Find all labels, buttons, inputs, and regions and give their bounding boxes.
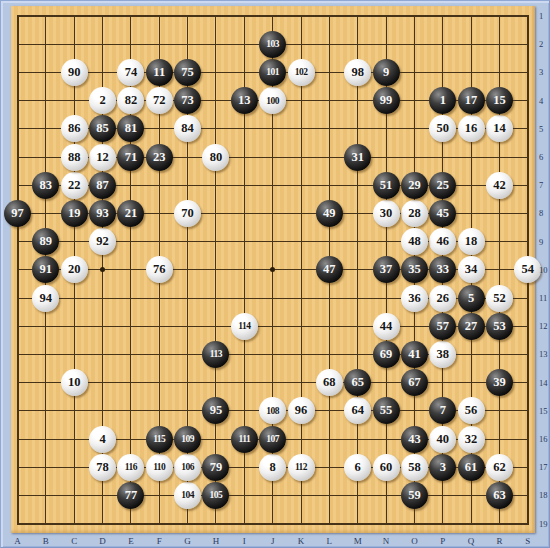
move-number: 23 xyxy=(153,150,166,165)
stone-j16: 107 xyxy=(259,426,286,453)
stone-m14: 65 xyxy=(344,369,371,396)
move-number: 19 xyxy=(68,206,81,221)
move-number: 36 xyxy=(408,291,421,306)
stone-d17: 78 xyxy=(89,454,116,481)
move-number: 59 xyxy=(408,488,421,503)
move-number: 90 xyxy=(68,65,81,80)
move-number: 50 xyxy=(437,121,450,136)
stone-e8: 21 xyxy=(117,200,144,227)
move-number: 84 xyxy=(181,121,194,136)
column-label-q: Q xyxy=(464,536,478,546)
move-number: 30 xyxy=(380,206,393,221)
move-number: 98 xyxy=(351,65,364,80)
move-number: 55 xyxy=(380,403,393,418)
stone-d5: 85 xyxy=(89,115,116,142)
move-number: 26 xyxy=(437,291,450,306)
stone-p17: 3 xyxy=(429,454,456,481)
move-number: 69 xyxy=(380,347,393,362)
move-number: 51 xyxy=(380,178,393,193)
stone-k3: 102 xyxy=(288,59,315,86)
move-number: 75 xyxy=(181,65,194,80)
row-label-5: 5 xyxy=(539,124,550,134)
move-number: 99 xyxy=(380,93,393,108)
stone-h17: 79 xyxy=(202,454,229,481)
stone-n17: 60 xyxy=(373,454,400,481)
column-label-r: R xyxy=(492,536,506,546)
stone-g3: 75 xyxy=(174,59,201,86)
column-label-m: M xyxy=(351,536,365,546)
row-label-19: 19 xyxy=(539,519,550,529)
stone-g4: 73 xyxy=(174,87,201,114)
move-number: 45 xyxy=(437,206,450,221)
stone-q17: 61 xyxy=(458,454,485,481)
stone-a8: 97 xyxy=(4,200,31,227)
move-number: 113 xyxy=(210,349,222,359)
stone-d7: 87 xyxy=(89,172,116,199)
move-number: 79 xyxy=(210,460,223,475)
move-number: 17 xyxy=(465,93,478,108)
move-number: 74 xyxy=(125,65,138,80)
move-number: 13 xyxy=(238,93,251,108)
stone-m17: 6 xyxy=(344,454,371,481)
stone-c3: 90 xyxy=(61,59,88,86)
move-number: 34 xyxy=(465,262,478,277)
move-number: 29 xyxy=(408,178,421,193)
stone-p13: 38 xyxy=(429,341,456,368)
move-number: 86 xyxy=(68,121,81,136)
move-number: 32 xyxy=(465,432,478,447)
stone-p8: 45 xyxy=(429,200,456,227)
stone-r17: 62 xyxy=(486,454,513,481)
move-number: 60 xyxy=(380,460,393,475)
move-number: 58 xyxy=(408,460,421,475)
stone-i4: 13 xyxy=(231,87,258,114)
move-number: 33 xyxy=(437,262,450,277)
move-number: 110 xyxy=(153,462,165,472)
move-number: 8 xyxy=(270,460,276,475)
stone-h15: 95 xyxy=(202,397,229,424)
row-label-14: 14 xyxy=(539,378,550,388)
stone-l8: 49 xyxy=(316,200,343,227)
row-label-13: 13 xyxy=(539,349,550,359)
stone-n10: 37 xyxy=(373,256,400,283)
row-label-10: 10 xyxy=(539,265,550,275)
move-number: 106 xyxy=(181,462,194,472)
column-label-d: D xyxy=(96,536,110,546)
move-number: 89 xyxy=(40,234,53,249)
stone-f10: 76 xyxy=(146,256,173,283)
stone-h13: 113 xyxy=(202,341,229,368)
stone-e17: 116 xyxy=(117,454,144,481)
move-number: 114 xyxy=(238,321,250,331)
move-number: 93 xyxy=(96,206,109,221)
move-number: 101 xyxy=(266,67,279,77)
column-label-h: H xyxy=(209,536,223,546)
row-label-3: 3 xyxy=(539,67,550,77)
stone-o16: 43 xyxy=(401,426,428,453)
stone-r14: 39 xyxy=(486,369,513,396)
move-number: 85 xyxy=(96,121,109,136)
move-number: 21 xyxy=(125,206,138,221)
stone-o14: 67 xyxy=(401,369,428,396)
stone-n7: 51 xyxy=(373,172,400,199)
move-number: 82 xyxy=(125,93,138,108)
stone-d8: 93 xyxy=(89,200,116,227)
move-number: 62 xyxy=(493,460,506,475)
stone-h6: 80 xyxy=(202,144,229,171)
move-number: 65 xyxy=(351,375,364,390)
move-number: 42 xyxy=(493,178,506,193)
stone-g8: 70 xyxy=(174,200,201,227)
move-number: 70 xyxy=(181,206,194,221)
move-number: 15 xyxy=(493,93,506,108)
row-label-8: 8 xyxy=(539,208,550,218)
move-number: 96 xyxy=(295,403,308,418)
grid-line-horizontal xyxy=(17,495,529,496)
move-number: 25 xyxy=(437,178,450,193)
move-number: 41 xyxy=(408,347,421,362)
column-label-s: S xyxy=(521,536,535,546)
stone-r7: 42 xyxy=(486,172,513,199)
star-point xyxy=(100,267,105,272)
stone-g5: 84 xyxy=(174,115,201,142)
move-number: 112 xyxy=(295,462,307,472)
grid-line-vertical xyxy=(357,15,358,525)
stone-d16: 4 xyxy=(89,426,116,453)
stone-f3: 11 xyxy=(146,59,173,86)
stone-e4: 82 xyxy=(117,87,144,114)
move-number: 104 xyxy=(181,490,194,500)
stone-r12: 53 xyxy=(486,313,513,340)
stone-m15: 64 xyxy=(344,397,371,424)
move-number: 80 xyxy=(210,150,223,165)
move-number: 27 xyxy=(465,319,478,334)
row-label-1: 1 xyxy=(539,11,550,21)
move-number: 95 xyxy=(210,403,223,418)
move-number: 20 xyxy=(68,262,81,277)
stone-r4: 15 xyxy=(486,87,513,114)
move-number: 22 xyxy=(68,178,81,193)
stone-n15: 55 xyxy=(373,397,400,424)
move-number: 81 xyxy=(125,121,138,136)
move-number: 111 xyxy=(238,434,250,444)
stone-q16: 32 xyxy=(458,426,485,453)
move-number: 46 xyxy=(437,234,450,249)
stone-p15: 7 xyxy=(429,397,456,424)
move-number: 38 xyxy=(437,347,450,362)
stone-e3: 74 xyxy=(117,59,144,86)
move-number: 76 xyxy=(153,262,166,277)
move-number: 28 xyxy=(408,206,421,221)
stone-q9: 18 xyxy=(458,228,485,255)
grid-line-horizontal xyxy=(17,382,529,383)
move-number: 54 xyxy=(522,262,535,277)
move-number: 3 xyxy=(440,460,446,475)
row-label-16: 16 xyxy=(539,434,550,444)
stone-j2: 103 xyxy=(259,31,286,58)
row-label-6: 6 xyxy=(539,152,550,162)
stone-i12: 114 xyxy=(231,313,258,340)
stone-c10: 20 xyxy=(61,256,88,283)
move-number: 77 xyxy=(125,488,138,503)
stone-m6: 31 xyxy=(344,144,371,171)
column-label-j: J xyxy=(266,536,280,546)
stone-n3: 9 xyxy=(373,59,400,86)
move-number: 14 xyxy=(493,121,506,136)
move-number: 102 xyxy=(295,67,308,77)
move-number: 4 xyxy=(99,432,105,447)
row-label-9: 9 xyxy=(539,237,550,247)
stone-q11: 5 xyxy=(458,285,485,312)
stone-l10: 47 xyxy=(316,256,343,283)
stone-c6: 88 xyxy=(61,144,88,171)
row-label-12: 12 xyxy=(539,321,550,331)
stone-r5: 14 xyxy=(486,115,513,142)
stone-o8: 28 xyxy=(401,200,428,227)
stone-o7: 29 xyxy=(401,172,428,199)
move-number: 18 xyxy=(465,234,478,249)
stone-c8: 19 xyxy=(61,200,88,227)
move-number: 116 xyxy=(125,462,137,472)
column-label-e: E xyxy=(124,536,138,546)
move-number: 61 xyxy=(465,460,478,475)
move-number: 91 xyxy=(40,262,53,277)
move-number: 44 xyxy=(380,319,393,334)
row-label-11: 11 xyxy=(539,293,550,303)
stone-r11: 52 xyxy=(486,285,513,312)
stone-p16: 40 xyxy=(429,426,456,453)
go-board[interactable]: 1234567891011121314151617181920212223252… xyxy=(11,6,535,533)
column-label-b: B xyxy=(39,536,53,546)
stone-j3: 101 xyxy=(259,59,286,86)
stone-p5: 50 xyxy=(429,115,456,142)
column-label-n: N xyxy=(379,536,393,546)
stone-j17: 8 xyxy=(259,454,286,481)
move-number: 109 xyxy=(181,434,194,444)
stone-d9: 92 xyxy=(89,228,116,255)
row-label-18: 18 xyxy=(539,490,550,500)
stone-j4: 100 xyxy=(259,87,286,114)
stone-h18: 105 xyxy=(202,482,229,509)
row-label-7: 7 xyxy=(539,180,550,190)
move-number: 94 xyxy=(40,291,53,306)
stone-m3: 98 xyxy=(344,59,371,86)
stone-e6: 71 xyxy=(117,144,144,171)
move-number: 43 xyxy=(408,432,421,447)
stone-q10: 34 xyxy=(458,256,485,283)
stone-n8: 30 xyxy=(373,200,400,227)
stone-p11: 26 xyxy=(429,285,456,312)
stone-b9: 89 xyxy=(32,228,59,255)
stone-e18: 77 xyxy=(117,482,144,509)
stone-q15: 56 xyxy=(458,397,485,424)
stone-p9: 46 xyxy=(429,228,456,255)
move-number: 57 xyxy=(437,319,450,334)
stone-s10: 54 xyxy=(514,256,541,283)
column-label-p: P xyxy=(436,536,450,546)
stone-p10: 33 xyxy=(429,256,456,283)
move-number: 49 xyxy=(323,206,336,221)
stone-o9: 48 xyxy=(401,228,428,255)
go-game-viewer-window: 1234567891011121314151617181920212223252… xyxy=(0,0,550,548)
move-number: 83 xyxy=(40,178,53,193)
stone-f16: 115 xyxy=(146,426,173,453)
stone-c5: 86 xyxy=(61,115,88,142)
move-number: 103 xyxy=(266,39,279,49)
move-number: 39 xyxy=(493,375,506,390)
grid-line-horizontal xyxy=(17,523,529,525)
stone-e5: 81 xyxy=(117,115,144,142)
row-label-4: 4 xyxy=(539,96,550,106)
stone-c7: 22 xyxy=(61,172,88,199)
star-point xyxy=(270,267,275,272)
move-number: 72 xyxy=(153,93,166,108)
stone-j15: 108 xyxy=(259,397,286,424)
move-number: 68 xyxy=(323,375,336,390)
move-number: 12 xyxy=(96,150,109,165)
move-number: 7 xyxy=(440,403,446,418)
stone-p12: 57 xyxy=(429,313,456,340)
stone-n4: 99 xyxy=(373,87,400,114)
move-number: 97 xyxy=(11,206,24,221)
stone-f17: 110 xyxy=(146,454,173,481)
column-label-g: G xyxy=(181,536,195,546)
stone-l14: 68 xyxy=(316,369,343,396)
move-number: 5 xyxy=(468,291,474,306)
stone-q4: 17 xyxy=(458,87,485,114)
row-label-15: 15 xyxy=(539,406,550,416)
move-number: 71 xyxy=(125,150,138,165)
move-number: 63 xyxy=(493,488,506,503)
column-label-o: O xyxy=(407,536,421,546)
move-number: 73 xyxy=(181,93,194,108)
stone-o18: 59 xyxy=(401,482,428,509)
move-number: 105 xyxy=(210,490,223,500)
stone-q5: 16 xyxy=(458,115,485,142)
move-number: 56 xyxy=(465,403,478,418)
column-label-l: L xyxy=(322,536,336,546)
move-number: 1 xyxy=(440,93,446,108)
move-number: 16 xyxy=(465,121,478,136)
stone-g16: 109 xyxy=(174,426,201,453)
move-number: 37 xyxy=(380,262,393,277)
stone-i16: 111 xyxy=(231,426,258,453)
stone-b10: 91 xyxy=(32,256,59,283)
stone-p7: 25 xyxy=(429,172,456,199)
move-number: 100 xyxy=(266,96,279,106)
stone-n12: 44 xyxy=(373,313,400,340)
move-number: 9 xyxy=(383,65,389,80)
stone-k15: 96 xyxy=(288,397,315,424)
stone-b7: 83 xyxy=(32,172,59,199)
stone-o17: 58 xyxy=(401,454,428,481)
row-label-2: 2 xyxy=(539,39,550,49)
stone-n13: 69 xyxy=(373,341,400,368)
move-number: 6 xyxy=(355,460,361,475)
stone-o11: 36 xyxy=(401,285,428,312)
move-number: 115 xyxy=(153,434,165,444)
column-label-k: K xyxy=(294,536,308,546)
move-number: 35 xyxy=(408,262,421,277)
stone-d6: 12 xyxy=(89,144,116,171)
column-label-i: I xyxy=(237,536,251,546)
move-number: 87 xyxy=(96,178,109,193)
stone-r18: 63 xyxy=(486,482,513,509)
stone-q12: 27 xyxy=(458,313,485,340)
move-number: 48 xyxy=(408,234,421,249)
move-number: 10 xyxy=(68,375,81,390)
stone-g17: 106 xyxy=(174,454,201,481)
column-label-f: F xyxy=(152,536,166,546)
stone-f4: 72 xyxy=(146,87,173,114)
move-number: 108 xyxy=(266,406,279,416)
stone-p4: 1 xyxy=(429,87,456,114)
stone-o13: 41 xyxy=(401,341,428,368)
move-number: 107 xyxy=(266,434,279,444)
move-number: 31 xyxy=(351,150,364,165)
row-label-17: 17 xyxy=(539,462,550,472)
stone-b11: 94 xyxy=(32,285,59,312)
move-number: 92 xyxy=(96,234,109,249)
stone-o10: 35 xyxy=(401,256,428,283)
stone-f6: 23 xyxy=(146,144,173,171)
move-number: 88 xyxy=(68,150,81,165)
move-number: 78 xyxy=(96,460,109,475)
move-number: 47 xyxy=(323,262,336,277)
column-label-a: A xyxy=(11,536,25,546)
column-label-c: C xyxy=(67,536,81,546)
move-number: 64 xyxy=(351,403,364,418)
move-number: 52 xyxy=(493,291,506,306)
stone-c14: 10 xyxy=(61,369,88,396)
move-number: 40 xyxy=(437,432,450,447)
move-number: 53 xyxy=(493,319,506,334)
stone-g18: 104 xyxy=(174,482,201,509)
stone-d4: 2 xyxy=(89,87,116,114)
move-number: 11 xyxy=(153,65,165,80)
move-number: 2 xyxy=(99,93,105,108)
stone-k17: 112 xyxy=(288,454,315,481)
move-number: 67 xyxy=(408,375,421,390)
grid-line-vertical xyxy=(301,15,302,525)
